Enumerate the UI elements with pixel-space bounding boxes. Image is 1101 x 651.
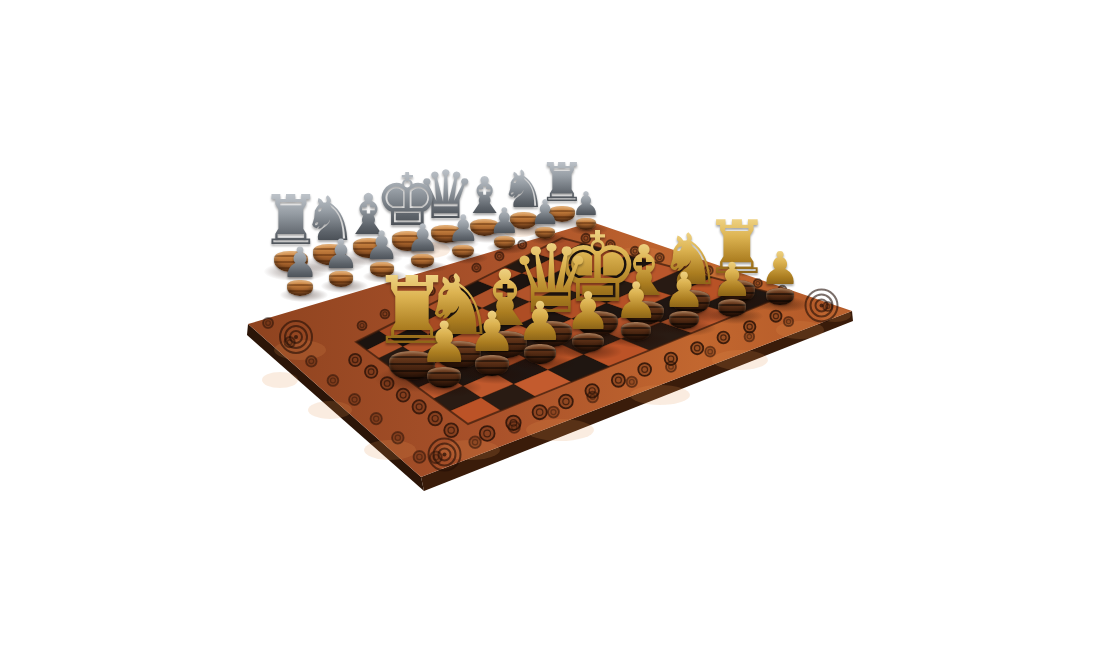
chess-set-photo: ♜♞♝♚♛♝♞♜♟♟♟♟♟♟♟♟♜♞♝♛♚♝♞♜♟♟♟♟♟♟♟♟	[0, 0, 1101, 651]
pawn-icon: ♟	[467, 305, 517, 360]
pawn-icon: ♟	[760, 246, 801, 291]
pawn-icon: ♟	[323, 234, 359, 275]
pawn-icon: ♟	[516, 295, 564, 349]
pawn-icon: ♟	[613, 276, 658, 326]
pawn-icon: ♟	[281, 242, 319, 284]
pawn-icon: ♟	[662, 266, 706, 315]
pawn-icon: ♟	[418, 314, 469, 371]
pawn-icon: ♟	[711, 256, 753, 303]
pawn-icon: ♟	[406, 219, 440, 257]
pawn-icon: ♟	[565, 285, 612, 337]
pawn-icon: ♟	[447, 211, 480, 248]
